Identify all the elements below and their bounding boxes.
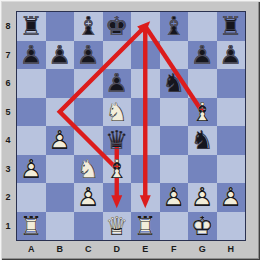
rank-label-1: 1 <box>0 212 16 241</box>
pawn-glyph-outline: ♙ <box>74 183 103 212</box>
pawn-glyph-outline: ♙ <box>46 41 75 70</box>
rook-glyph-outline: ♖ <box>17 12 46 41</box>
queen-glyph-outline: ♕ <box>103 126 132 155</box>
black-knight-f6[interactable]: ♞♘ <box>160 69 189 98</box>
pieces-layer: ♜♖♝♗♚♔♝♗♜♖♟♙♟♙♟♙♟♙♟♙♟♙♞♘♞♘♝♗♟♙♛♕♞♘♟♙♞♘♝♗… <box>17 12 245 240</box>
black-pawn-g7[interactable]: ♟♙ <box>188 41 217 70</box>
white-rook-e1[interactable]: ♜♖ <box>131 212 160 241</box>
black-bishop-c8[interactable]: ♝♗ <box>74 12 103 41</box>
knight-glyph-outline: ♘ <box>160 69 189 98</box>
file-label-g: G <box>188 244 217 257</box>
white-rook-a1[interactable]: ♜♖ <box>17 212 46 241</box>
file-label-b: B <box>46 244 75 257</box>
rank-label-3: 3 <box>0 155 16 184</box>
rank-labels: 87654321 <box>0 12 16 240</box>
file-label-d: D <box>103 244 132 257</box>
black-rook-h8[interactable]: ♜♖ <box>217 12 246 41</box>
pawn-glyph-outline: ♙ <box>160 183 189 212</box>
white-pawn-g2[interactable]: ♟♙ <box>188 183 217 212</box>
queen-glyph-outline: ♕ <box>103 212 132 241</box>
knight-glyph-outline: ♘ <box>74 155 103 184</box>
knight-glyph-outline: ♘ <box>188 126 217 155</box>
pawn-glyph-outline: ♙ <box>74 41 103 70</box>
board-frame: 87654321 ♜♖♝♗♚♔♝♗♜♖♟♙♟♙♟♙♟♙♟♙♟♙♞♘♞♘♝♗♟♙♛… <box>0 0 260 260</box>
rook-glyph-outline: ♖ <box>17 212 46 241</box>
white-king-g1[interactable]: ♚♔ <box>188 212 217 241</box>
file-label-a: A <box>17 244 46 257</box>
bishop-glyph-outline: ♗ <box>74 12 103 41</box>
rank-label-6: 6 <box>0 69 16 98</box>
white-pawn-c2[interactable]: ♟♙ <box>74 183 103 212</box>
white-pawn-a3[interactable]: ♟♙ <box>17 155 46 184</box>
file-labels: ABCDEFGH <box>17 244 245 257</box>
white-bishop-d3[interactable]: ♝♗ <box>103 155 132 184</box>
black-pawn-h7[interactable]: ♟♙ <box>217 41 246 70</box>
pawn-glyph-outline: ♙ <box>103 69 132 98</box>
bishop-glyph-outline: ♗ <box>103 155 132 184</box>
white-queen-d1[interactable]: ♛♕ <box>103 212 132 241</box>
bishop-glyph-outline: ♗ <box>188 98 217 127</box>
white-bishop-g5[interactable]: ♝♗ <box>188 98 217 127</box>
pawn-glyph-outline: ♙ <box>17 155 46 184</box>
black-pawn-a7[interactable]: ♟♙ <box>17 41 46 70</box>
pawn-glyph-outline: ♙ <box>17 41 46 70</box>
file-label-h: H <box>217 244 246 257</box>
rank-label-2: 2 <box>0 183 16 212</box>
file-label-c: C <box>74 244 103 257</box>
black-king-d8[interactable]: ♚♔ <box>103 12 132 41</box>
pawn-glyph-outline: ♙ <box>188 41 217 70</box>
rook-glyph-outline: ♖ <box>217 12 246 41</box>
pawn-glyph-outline: ♙ <box>217 183 246 212</box>
rook-glyph-outline: ♖ <box>131 212 160 241</box>
pawn-glyph-outline: ♙ <box>46 126 75 155</box>
rank-label-7: 7 <box>0 41 16 70</box>
black-queen-d4[interactable]: ♛♕ <box>103 126 132 155</box>
pawn-glyph-outline: ♙ <box>217 41 246 70</box>
black-pawn-c7[interactable]: ♟♙ <box>74 41 103 70</box>
black-pawn-b7[interactable]: ♟♙ <box>46 41 75 70</box>
knight-glyph-outline: ♘ <box>103 98 132 127</box>
bishop-glyph-outline: ♗ <box>160 12 189 41</box>
black-rook-a8[interactable]: ♜♖ <box>17 12 46 41</box>
king-glyph-outline: ♔ <box>188 212 217 241</box>
file-label-f: F <box>160 244 189 257</box>
white-knight-d5[interactable]: ♞♘ <box>103 98 132 127</box>
rank-label-8: 8 <box>0 12 16 41</box>
white-pawn-h2[interactable]: ♟♙ <box>217 183 246 212</box>
black-bishop-f8[interactable]: ♝♗ <box>160 12 189 41</box>
chess-board[interactable]: ♜♖♝♗♚♔♝♗♜♖♟♙♟♙♟♙♟♙♟♙♟♙♞♘♞♘♝♗♟♙♛♕♞♘♟♙♞♘♝♗… <box>16 11 246 241</box>
pawn-glyph-outline: ♙ <box>188 183 217 212</box>
black-knight-g4[interactable]: ♞♘ <box>188 126 217 155</box>
rank-label-4: 4 <box>0 126 16 155</box>
white-pawn-b4[interactable]: ♟♙ <box>46 126 75 155</box>
black-pawn-d6[interactable]: ♟♙ <box>103 69 132 98</box>
rank-label-5: 5 <box>0 98 16 127</box>
file-label-e: E <box>131 244 160 257</box>
white-knight-c3[interactable]: ♞♘ <box>74 155 103 184</box>
white-pawn-f2[interactable]: ♟♙ <box>160 183 189 212</box>
king-glyph-outline: ♔ <box>103 12 132 41</box>
